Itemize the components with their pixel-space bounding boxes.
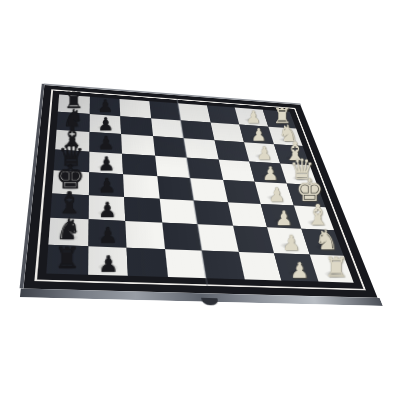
- square: ♟: [88, 219, 127, 247]
- square: [153, 136, 187, 157]
- square: [151, 118, 184, 138]
- white-pawn: ♟: [239, 109, 269, 125]
- square: [157, 176, 194, 200]
- square: [124, 197, 162, 223]
- black-pawn: ♟: [89, 134, 122, 152]
- white-pawn: ♟: [260, 185, 294, 203]
- square: ♟: [267, 227, 309, 254]
- black-pawn: ♟: [88, 199, 125, 219]
- board-left-bevel: [20, 84, 45, 289]
- square: [155, 155, 190, 178]
- white-rook: ♜: [317, 255, 355, 281]
- square: [181, 120, 214, 140]
- square: ♟: [88, 246, 128, 276]
- black-rook: ♜: [47, 245, 88, 273]
- square: [120, 116, 152, 136]
- product-photo-background: ♜♟♟♜♞♟♟♞♝♟♟♝♛♟♟♛♚♟♟♚♝♟♟♝♞♟♟♞♜♟♟♜: [0, 0, 400, 400]
- square: ♟: [239, 124, 273, 144]
- square: ♟: [249, 161, 286, 183]
- black-pawn: ♟: [89, 115, 121, 132]
- square: [121, 134, 155, 155]
- square: ♟: [89, 132, 122, 154]
- square: [125, 221, 164, 249]
- square: ♟: [244, 142, 280, 163]
- white-pawn: ♟: [266, 208, 301, 227]
- black-knight: ♞: [49, 216, 88, 244]
- white-pawn: ♟: [248, 144, 280, 161]
- square: ♟: [88, 195, 125, 221]
- fold-hinge-notch: [201, 298, 219, 306]
- square: ♟: [255, 182, 294, 206]
- square: [184, 138, 219, 159]
- chess-board: ♜♟♟♜♞♟♟♞♝♟♟♝♛♟♟♛♚♟♟♚♝♟♟♝♞♟♟♞♜♟♟♜: [23, 85, 377, 298]
- square: [194, 200, 233, 226]
- square: [214, 140, 249, 161]
- black-pawn: ♟: [88, 225, 126, 246]
- square: [122, 153, 157, 176]
- white-pawn: ♟: [273, 233, 310, 253]
- square: ♟: [89, 151, 123, 174]
- white-knight: ♞: [308, 228, 344, 254]
- square: [123, 174, 159, 198]
- square: ♟: [261, 204, 301, 229]
- black-pawn: ♟: [89, 154, 123, 172]
- white-pawn: ♟: [243, 126, 274, 142]
- white-pawn: ♟: [254, 164, 287, 182]
- white-pawn: ♟: [280, 259, 318, 280]
- square: [190, 178, 227, 202]
- black-pawn: ♟: [89, 176, 125, 195]
- black-pawn: ♟: [88, 252, 128, 274]
- square: [159, 198, 197, 224]
- square: [162, 223, 202, 250]
- black-pawn: ♟: [89, 98, 120, 115]
- square: ♜: [46, 244, 88, 274]
- square: [197, 224, 238, 251]
- board-squares-grid: ♜♟♟♜♞♟♟♞♝♟♟♝♛♟♟♛♚♟♟♚♝♟♟♝♞♟♟♞♜♟♟♜: [46, 94, 353, 282]
- square: [187, 157, 223, 179]
- square: [127, 247, 168, 277]
- square: ♟: [88, 172, 124, 196]
- square: [164, 249, 206, 279]
